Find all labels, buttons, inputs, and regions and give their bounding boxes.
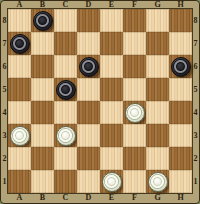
- rank-label-right-4: 4: [194, 109, 198, 117]
- square-a5[interactable]: [8, 78, 31, 101]
- square-a2[interactable]: [8, 147, 31, 170]
- white-piece-c3[interactable]: [56, 126, 76, 146]
- rank-label-left-7: 7: [3, 40, 7, 48]
- file-label-top-g: G: [154, 1, 160, 9]
- file-label-top-e: E: [109, 1, 114, 9]
- square-e7[interactable]: [100, 32, 123, 55]
- piece-ring: [13, 37, 26, 50]
- square-g7[interactable]: [146, 32, 169, 55]
- square-h2[interactable]: [169, 147, 192, 170]
- piece-ring: [59, 83, 72, 96]
- square-h8[interactable]: [169, 9, 192, 32]
- square-d5[interactable]: [77, 78, 100, 101]
- file-label-bottom-a: A: [17, 194, 23, 202]
- square-c5[interactable]: [54, 78, 77, 101]
- rank-label-left-2: 2: [3, 155, 7, 163]
- rank-label-right-5: 5: [194, 86, 198, 94]
- square-f1[interactable]: [123, 170, 146, 193]
- dark-piece-b8[interactable]: [33, 11, 53, 31]
- white-piece-f4[interactable]: [125, 103, 145, 123]
- rank-label-left-5: 5: [3, 86, 7, 94]
- piece-ring: [174, 60, 187, 73]
- piece-ring: [59, 129, 72, 142]
- rank-label-right-1: 1: [194, 178, 198, 186]
- square-c3[interactable]: [54, 124, 77, 147]
- piece-ring: [105, 175, 118, 188]
- piece-ring: [82, 60, 95, 73]
- file-labels-top: ABCDEFGH: [8, 1, 192, 9]
- dark-piece-c5[interactable]: [56, 80, 76, 100]
- square-h7[interactable]: [169, 32, 192, 55]
- file-label-top-c: C: [63, 1, 69, 9]
- square-d7[interactable]: [77, 32, 100, 55]
- square-f4[interactable]: [123, 101, 146, 124]
- checkers-board: [8, 9, 192, 193]
- square-a1[interactable]: [8, 170, 31, 193]
- square-c2[interactable]: [54, 147, 77, 170]
- square-g3[interactable]: [146, 124, 169, 147]
- square-f3[interactable]: [123, 124, 146, 147]
- file-label-top-a: A: [17, 1, 23, 9]
- square-d8[interactable]: [77, 9, 100, 32]
- square-b3[interactable]: [31, 124, 54, 147]
- square-g1[interactable]: [146, 170, 169, 193]
- square-b1[interactable]: [31, 170, 54, 193]
- rank-labels-right: 87654321: [192, 9, 199, 193]
- square-g4[interactable]: [146, 101, 169, 124]
- square-g8[interactable]: [146, 9, 169, 32]
- file-label-bottom-d: D: [86, 194, 92, 202]
- file-label-bottom-h: H: [177, 194, 183, 202]
- white-piece-g1[interactable]: [148, 172, 168, 192]
- square-h1[interactable]: [169, 170, 192, 193]
- dark-piece-d6[interactable]: [79, 57, 99, 77]
- rank-label-right-6: 6: [194, 63, 198, 71]
- square-d3[interactable]: [77, 124, 100, 147]
- board-frame: ABCDEFGH 87654321 87654321 ABCDEFGH: [0, 0, 200, 204]
- rank-label-left-8: 8: [3, 17, 7, 25]
- square-g2[interactable]: [146, 147, 169, 170]
- rank-label-right-8: 8: [194, 17, 198, 25]
- file-label-bottom-e: E: [109, 194, 114, 202]
- file-label-bottom-f: F: [132, 194, 137, 202]
- file-label-bottom-c: C: [63, 194, 69, 202]
- file-label-bottom-b: B: [40, 194, 45, 202]
- file-label-bottom-g: G: [154, 194, 160, 202]
- rank-label-right-7: 7: [194, 40, 198, 48]
- square-e1[interactable]: [100, 170, 123, 193]
- square-e3[interactable]: [100, 124, 123, 147]
- piece-ring: [13, 129, 26, 142]
- dark-piece-h6[interactable]: [171, 57, 191, 77]
- piece-ring: [151, 175, 164, 188]
- square-f2[interactable]: [123, 147, 146, 170]
- square-g5[interactable]: [146, 78, 169, 101]
- square-d1[interactable]: [77, 170, 100, 193]
- rank-label-left-1: 1: [3, 178, 7, 186]
- rank-label-left-4: 4: [3, 109, 7, 117]
- white-piece-e1[interactable]: [102, 172, 122, 192]
- square-e6[interactable]: [100, 55, 123, 78]
- file-label-top-f: F: [132, 1, 137, 9]
- rank-labels-left: 87654321: [1, 9, 8, 193]
- square-a6[interactable]: [8, 55, 31, 78]
- square-c8[interactable]: [54, 9, 77, 32]
- square-e2[interactable]: [100, 147, 123, 170]
- square-g6[interactable]: [146, 55, 169, 78]
- square-a8[interactable]: [8, 9, 31, 32]
- file-label-top-b: B: [40, 1, 45, 9]
- piece-ring: [128, 106, 141, 119]
- square-a4[interactable]: [8, 101, 31, 124]
- square-e4[interactable]: [100, 101, 123, 124]
- square-e8[interactable]: [100, 9, 123, 32]
- white-piece-a3[interactable]: [10, 126, 30, 146]
- square-h3[interactable]: [169, 124, 192, 147]
- square-h6[interactable]: [169, 55, 192, 78]
- square-h4[interactable]: [169, 101, 192, 124]
- square-f6[interactable]: [123, 55, 146, 78]
- square-c4[interactable]: [54, 101, 77, 124]
- square-b2[interactable]: [31, 147, 54, 170]
- file-labels-bottom: ABCDEFGH: [8, 193, 192, 203]
- square-d4[interactable]: [77, 101, 100, 124]
- rank-label-right-2: 2: [194, 155, 198, 163]
- square-b6[interactable]: [31, 55, 54, 78]
- square-c6[interactable]: [54, 55, 77, 78]
- square-f8[interactable]: [123, 9, 146, 32]
- rank-label-left-6: 6: [3, 63, 7, 71]
- piece-ring: [36, 14, 49, 27]
- square-a3[interactable]: [8, 124, 31, 147]
- square-h5[interactable]: [169, 78, 192, 101]
- square-e5[interactable]: [100, 78, 123, 101]
- rank-label-left-3: 3: [3, 132, 7, 140]
- file-label-top-d: D: [86, 1, 92, 9]
- dark-piece-a7[interactable]: [10, 34, 30, 54]
- square-b7[interactable]: [31, 32, 54, 55]
- square-d2[interactable]: [77, 147, 100, 170]
- square-b5[interactable]: [31, 78, 54, 101]
- square-b8[interactable]: [31, 9, 54, 32]
- square-c1[interactable]: [54, 170, 77, 193]
- square-d6[interactable]: [77, 55, 100, 78]
- square-c7[interactable]: [54, 32, 77, 55]
- rank-label-right-3: 3: [194, 132, 198, 140]
- file-label-top-h: H: [177, 1, 183, 9]
- square-f7[interactable]: [123, 32, 146, 55]
- square-f5[interactable]: [123, 78, 146, 101]
- square-a7[interactable]: [8, 32, 31, 55]
- square-b4[interactable]: [31, 101, 54, 124]
